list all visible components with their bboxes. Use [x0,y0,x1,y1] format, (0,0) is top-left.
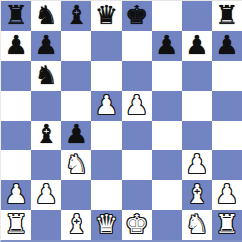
square-h4[interactable] [212,121,242,151]
square-b4[interactable]: ♝ [31,121,61,151]
square-d7[interactable] [91,31,121,61]
piece-white-king-e1[interactable]: ♚ [125,211,148,237]
square-a4[interactable] [1,121,31,151]
square-d8[interactable]: ♛ [91,1,121,31]
piece-white-pawn-g3[interactable]: ♟ [185,151,208,177]
piece-white-knight-c3[interactable]: ♞ [65,151,88,177]
square-c4[interactable]: ♟ [61,121,91,151]
piece-white-pawn-a2[interactable]: ♟ [4,181,27,207]
piece-black-queen-d8[interactable]: ♛ [95,2,118,28]
square-a7[interactable]: ♟ [1,31,31,61]
square-f6[interactable] [152,61,182,91]
square-a8[interactable]: ♜ [1,1,31,31]
square-g1[interactable]: ♞ [182,210,212,240]
square-b7[interactable]: ♟ [31,31,61,61]
square-c2[interactable] [61,180,91,210]
square-e5[interactable]: ♟ [122,91,152,121]
square-g7[interactable]: ♟ [182,31,212,61]
square-d5[interactable]: ♟ [91,91,121,121]
square-e3[interactable] [122,150,152,180]
square-a1[interactable]: ♜ [1,210,31,240]
square-e8[interactable]: ♚ [122,1,152,31]
square-h6[interactable] [212,61,242,91]
piece-white-rook-a1[interactable]: ♜ [4,211,27,237]
piece-black-knight-b8[interactable]: ♞ [35,2,58,28]
square-f3[interactable] [152,150,182,180]
piece-black-rook-a8[interactable]: ♜ [4,2,27,28]
square-f1[interactable] [152,210,182,240]
square-f8[interactable] [152,1,182,31]
square-e1[interactable]: ♚ [122,210,152,240]
piece-white-bishop-c1[interactable]: ♝ [65,211,88,237]
piece-black-bishop-b4[interactable]: ♝ [35,121,58,147]
piece-black-knight-b6[interactable]: ♞ [35,62,58,88]
square-d3[interactable] [91,150,121,180]
square-g5[interactable] [182,91,212,121]
square-e7[interactable] [122,31,152,61]
square-e4[interactable] [122,121,152,151]
piece-black-pawn-c4[interactable]: ♟ [65,121,88,147]
square-f5[interactable] [152,91,182,121]
square-g4[interactable] [182,121,212,151]
square-d2[interactable] [91,180,121,210]
square-a2[interactable]: ♟ [1,180,31,210]
square-h8[interactable]: ♜ [212,1,242,31]
piece-white-queen-d1[interactable]: ♛ [95,211,118,237]
square-f2[interactable] [152,180,182,210]
square-e6[interactable] [122,61,152,91]
piece-black-pawn-f7[interactable]: ♟ [155,32,178,58]
square-c6[interactable] [61,61,91,91]
square-f4[interactable] [152,121,182,151]
square-a6[interactable] [1,61,31,91]
square-c7[interactable] [61,31,91,61]
piece-black-pawn-h7[interactable]: ♟ [215,32,238,58]
square-g6[interactable] [182,61,212,91]
square-h5[interactable] [212,91,242,121]
square-b2[interactable]: ♟ [31,180,61,210]
square-a3[interactable] [1,150,31,180]
piece-white-bishop-g2[interactable]: ♝ [185,181,208,207]
piece-white-pawn-e5[interactable]: ♟ [125,92,148,118]
square-d1[interactable]: ♛ [91,210,121,240]
square-c5[interactable] [61,91,91,121]
piece-black-rook-h8[interactable]: ♜ [215,2,238,28]
square-g2[interactable]: ♝ [182,180,212,210]
square-b3[interactable] [31,150,61,180]
piece-black-bishop-c8[interactable]: ♝ [65,2,88,28]
piece-black-pawn-g7[interactable]: ♟ [185,32,208,58]
piece-white-knight-g1[interactable]: ♞ [185,211,208,237]
square-c1[interactable]: ♝ [61,210,91,240]
square-c3[interactable]: ♞ [61,150,91,180]
piece-black-king-e8[interactable]: ♚ [125,2,148,28]
piece-white-rook-h1[interactable]: ♜ [215,211,238,237]
chess-board: ♜♞♝♛♚♜♟♟♟♟♟♞♟♟♝♟♞♟♟♟♝♟♜♝♛♚♞♜ [0,0,242,242]
piece-white-pawn-d5[interactable]: ♟ [95,92,118,118]
square-h3[interactable] [212,150,242,180]
square-c8[interactable]: ♝ [61,1,91,31]
square-a5[interactable] [1,91,31,121]
square-h7[interactable]: ♟ [212,31,242,61]
piece-white-pawn-b2[interactable]: ♟ [35,181,58,207]
square-b8[interactable]: ♞ [31,1,61,31]
piece-black-pawn-a7[interactable]: ♟ [4,32,27,58]
square-d6[interactable] [91,61,121,91]
piece-black-pawn-b7[interactable]: ♟ [35,32,58,58]
square-b1[interactable] [31,210,61,240]
square-g8[interactable] [182,1,212,31]
square-b5[interactable] [31,91,61,121]
square-d4[interactable] [91,121,121,151]
square-b6[interactable]: ♞ [31,61,61,91]
piece-white-pawn-h2[interactable]: ♟ [215,181,238,207]
square-g3[interactable]: ♟ [182,150,212,180]
square-h2[interactable]: ♟ [212,180,242,210]
square-f7[interactable]: ♟ [152,31,182,61]
square-e2[interactable] [122,180,152,210]
board-wrap: ♜♞♝♛♚♜♟♟♟♟♟♞♟♟♝♟♞♟♟♟♝♟♜♝♛♚♞♜ [0,0,242,242]
square-h1[interactable]: ♜ [212,210,242,240]
